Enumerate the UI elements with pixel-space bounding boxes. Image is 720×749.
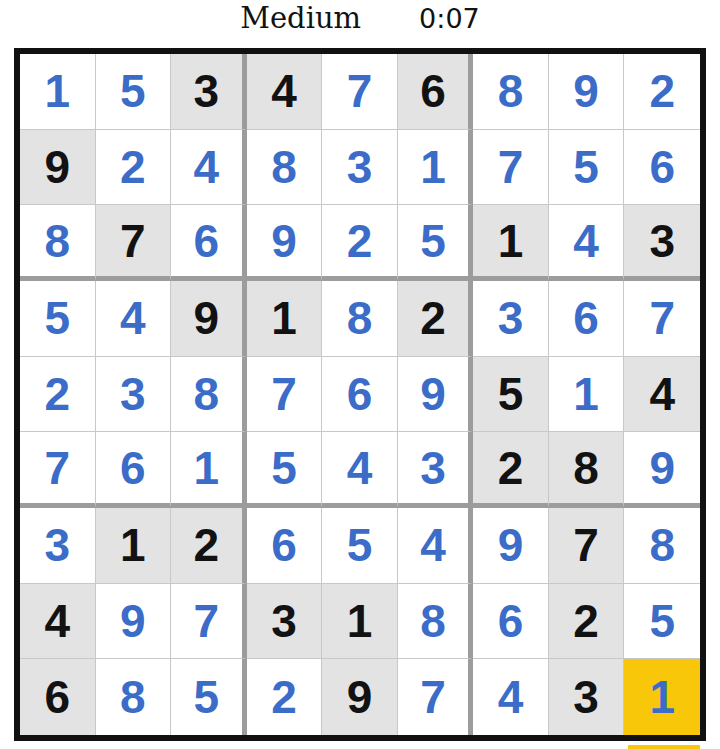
cell-r6c7[interactable]: 2: [473, 432, 549, 508]
cell-r9c1[interactable]: 6: [20, 659, 96, 735]
cell-r4c1[interactable]: 5: [20, 281, 96, 357]
cell-r9c2[interactable]: 8: [96, 659, 172, 735]
cell-r2c1[interactable]: 9: [20, 130, 96, 206]
cell-r7c4[interactable]: 6: [247, 508, 323, 584]
cell-r2c8[interactable]: 5: [549, 130, 625, 206]
cell-r1c3[interactable]: 3: [171, 54, 247, 130]
cell-r3c1[interactable]: 8: [20, 205, 96, 281]
cell-r5c7[interactable]: 5: [473, 357, 549, 433]
cell-r4c3[interactable]: 9: [171, 281, 247, 357]
cell-r6c6[interactable]: 3: [398, 432, 474, 508]
cell-r6c8[interactable]: 8: [549, 432, 625, 508]
cell-r1c6[interactable]: 6: [398, 54, 474, 130]
cell-r3c7[interactable]: 1: [473, 205, 549, 281]
cell-r5c8[interactable]: 1: [549, 357, 625, 433]
cell-r9c4[interactable]: 2: [247, 659, 323, 735]
cell-r8c1[interactable]: 4: [20, 584, 96, 660]
cell-r5c4[interactable]: 7: [247, 357, 323, 433]
cell-r3c6[interactable]: 5: [398, 205, 474, 281]
cell-r3c3[interactable]: 6: [171, 205, 247, 281]
cell-r2c9[interactable]: 6: [624, 130, 700, 206]
cell-r8c2[interactable]: 9: [96, 584, 172, 660]
cell-r2c2[interactable]: 2: [96, 130, 172, 206]
cell-r7c3[interactable]: 2: [171, 508, 247, 584]
timer: 0:07: [419, 2, 480, 35]
cell-r8c4[interactable]: 3: [247, 584, 323, 660]
difficulty-label: Medium: [240, 2, 361, 34]
cell-r5c2[interactable]: 3: [96, 357, 172, 433]
cell-r7c9[interactable]: 8: [624, 508, 700, 584]
cell-r8c3[interactable]: 7: [171, 584, 247, 660]
header: Medium 0:07: [0, 0, 720, 42]
cell-r2c4[interactable]: 8: [247, 130, 323, 206]
cell-r1c7[interactable]: 8: [473, 54, 549, 130]
cell-r7c6[interactable]: 4: [398, 508, 474, 584]
cell-r7c7[interactable]: 9: [473, 508, 549, 584]
cell-r7c1[interactable]: 3: [20, 508, 96, 584]
cell-r5c5[interactable]: 6: [322, 357, 398, 433]
cell-r8c7[interactable]: 6: [473, 584, 549, 660]
cell-r4c5[interactable]: 8: [322, 281, 398, 357]
cell-r8c8[interactable]: 2: [549, 584, 625, 660]
cell-r2c6[interactable]: 1: [398, 130, 474, 206]
cell-r9c9[interactable]: 1: [624, 659, 700, 735]
cell-r6c1[interactable]: 7: [20, 432, 96, 508]
cell-r2c5[interactable]: 3: [322, 130, 398, 206]
cell-r4c4[interactable]: 1: [247, 281, 323, 357]
cell-r9c6[interactable]: 7: [398, 659, 474, 735]
cell-r4c2[interactable]: 4: [96, 281, 172, 357]
keypad-button-highlight-partial[interactable]: [628, 745, 700, 749]
cell-r5c3[interactable]: 8: [171, 357, 247, 433]
cell-r1c2[interactable]: 5: [96, 54, 172, 130]
cell-r8c9[interactable]: 5: [624, 584, 700, 660]
cell-r8c5[interactable]: 1: [322, 584, 398, 660]
cell-r7c2[interactable]: 1: [96, 508, 172, 584]
cell-r6c2[interactable]: 6: [96, 432, 172, 508]
cell-r4c8[interactable]: 6: [549, 281, 625, 357]
cell-r4c7[interactable]: 3: [473, 281, 549, 357]
sudoku-app: Medium 0:07 1534768929248317568769251435…: [0, 0, 720, 749]
cell-r1c8[interactable]: 9: [549, 54, 625, 130]
cell-r3c4[interactable]: 9: [247, 205, 323, 281]
cell-r5c6[interactable]: 9: [398, 357, 474, 433]
cell-r1c1[interactable]: 1: [20, 54, 96, 130]
sudoku-board: 1534768929248317568769251435491823672387…: [14, 48, 706, 741]
cell-r9c7[interactable]: 4: [473, 659, 549, 735]
cell-r5c9[interactable]: 4: [624, 357, 700, 433]
cell-r6c3[interactable]: 1: [171, 432, 247, 508]
cell-r4c9[interactable]: 7: [624, 281, 700, 357]
cell-r9c5[interactable]: 9: [322, 659, 398, 735]
cell-r1c5[interactable]: 7: [322, 54, 398, 130]
cell-r2c3[interactable]: 4: [171, 130, 247, 206]
cell-r6c4[interactable]: 5: [247, 432, 323, 508]
cell-r4c6[interactable]: 2: [398, 281, 474, 357]
cell-r6c9[interactable]: 9: [624, 432, 700, 508]
cell-r9c8[interactable]: 3: [549, 659, 625, 735]
cell-r1c4[interactable]: 4: [247, 54, 323, 130]
cell-r3c9[interactable]: 3: [624, 205, 700, 281]
cell-r2c7[interactable]: 7: [473, 130, 549, 206]
cell-r8c6[interactable]: 8: [398, 584, 474, 660]
cell-r3c2[interactable]: 7: [96, 205, 172, 281]
cell-r5c1[interactable]: 2: [20, 357, 96, 433]
cell-r7c5[interactable]: 5: [322, 508, 398, 584]
cell-r3c8[interactable]: 4: [549, 205, 625, 281]
cell-r7c8[interactable]: 7: [549, 508, 625, 584]
cell-r9c3[interactable]: 5: [171, 659, 247, 735]
cell-r1c9[interactable]: 2: [624, 54, 700, 130]
cell-r6c5[interactable]: 4: [322, 432, 398, 508]
cell-r3c5[interactable]: 2: [322, 205, 398, 281]
